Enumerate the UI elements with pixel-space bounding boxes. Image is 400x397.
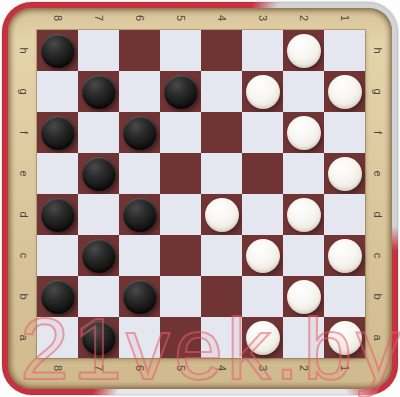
square-c6 [119, 235, 160, 276]
labels-left: hgfedcba [13, 30, 33, 358]
square-h2[interactable] [283, 30, 324, 71]
square-f4[interactable] [201, 112, 242, 153]
white-piece-c1[interactable] [328, 239, 362, 273]
white-piece-d2[interactable] [287, 198, 321, 232]
square-g4 [201, 71, 242, 112]
black-piece-a7[interactable] [82, 321, 116, 355]
square-b5 [160, 276, 201, 317]
square-e6 [119, 153, 160, 194]
square-a4 [201, 317, 242, 358]
square-a7[interactable] [78, 317, 119, 358]
square-c4 [201, 235, 242, 276]
square-a8 [37, 317, 78, 358]
black-piece-f8[interactable] [41, 116, 75, 150]
black-piece-e7[interactable] [82, 157, 116, 191]
black-piece-f6[interactable] [123, 116, 157, 150]
white-piece-e1[interactable] [328, 157, 362, 191]
white-piece-h2[interactable] [287, 34, 321, 68]
square-d7 [78, 194, 119, 235]
square-e4 [201, 153, 242, 194]
square-b8[interactable] [37, 276, 78, 317]
white-piece-g1[interactable] [328, 75, 362, 109]
square-c5[interactable] [160, 235, 201, 276]
square-d1 [324, 194, 365, 235]
square-b4[interactable] [201, 276, 242, 317]
black-piece-c7[interactable] [82, 239, 116, 273]
square-c7[interactable] [78, 235, 119, 276]
black-piece-g5[interactable] [164, 75, 198, 109]
square-h4[interactable] [201, 30, 242, 71]
square-c8 [37, 235, 78, 276]
square-d4[interactable] [201, 194, 242, 235]
square-d2[interactable] [283, 194, 324, 235]
black-piece-b6[interactable] [123, 280, 157, 314]
labels-top: 87654321 [37, 8, 365, 28]
square-h8[interactable] [37, 30, 78, 71]
square-g5[interactable] [160, 71, 201, 112]
square-d5 [160, 194, 201, 235]
white-piece-c3[interactable] [246, 239, 280, 273]
square-h1 [324, 30, 365, 71]
square-f6[interactable] [119, 112, 160, 153]
square-g1[interactable] [324, 71, 365, 112]
square-g2 [283, 71, 324, 112]
square-f5 [160, 112, 201, 153]
white-piece-a3[interactable] [246, 321, 280, 355]
square-c1[interactable] [324, 235, 365, 276]
black-piece-g7[interactable] [82, 75, 116, 109]
square-b7 [78, 276, 119, 317]
black-piece-d6[interactable] [123, 198, 157, 232]
square-f3 [242, 112, 283, 153]
square-e1[interactable] [324, 153, 365, 194]
square-f2[interactable] [283, 112, 324, 153]
square-h3 [242, 30, 283, 71]
square-d6[interactable] [119, 194, 160, 235]
square-h5 [160, 30, 201, 71]
square-h6[interactable] [119, 30, 160, 71]
square-b3 [242, 276, 283, 317]
labels-right: hgfedcba [367, 30, 387, 358]
white-piece-g3[interactable] [246, 75, 280, 109]
white-piece-f2[interactable] [287, 116, 321, 150]
square-g7[interactable] [78, 71, 119, 112]
black-piece-d8[interactable] [41, 198, 75, 232]
square-f1 [324, 112, 365, 153]
square-a2 [283, 317, 324, 358]
square-d8[interactable] [37, 194, 78, 235]
square-g8 [37, 71, 78, 112]
black-piece-b8[interactable] [41, 280, 75, 314]
square-a3[interactable] [242, 317, 283, 358]
black-piece-h8[interactable] [41, 34, 75, 68]
product-photo: 87654321 87654321 hgfedcba hgfedcba 21ve… [0, 0, 400, 397]
square-d3 [242, 194, 283, 235]
square-c3[interactable] [242, 235, 283, 276]
square-a1[interactable] [324, 317, 365, 358]
square-f7 [78, 112, 119, 153]
square-e8 [37, 153, 78, 194]
white-piece-d4[interactable] [205, 198, 239, 232]
square-c2 [283, 235, 324, 276]
white-piece-b2[interactable] [287, 280, 321, 314]
checkers-board [37, 30, 365, 358]
square-g3[interactable] [242, 71, 283, 112]
square-g6 [119, 71, 160, 112]
square-e7[interactable] [78, 153, 119, 194]
square-b6[interactable] [119, 276, 160, 317]
square-f8[interactable] [37, 112, 78, 153]
square-h7 [78, 30, 119, 71]
labels-bottom: 87654321 [37, 358, 365, 378]
white-piece-a1[interactable] [328, 321, 362, 355]
square-e2 [283, 153, 324, 194]
square-b1 [324, 276, 365, 317]
square-e5[interactable] [160, 153, 201, 194]
square-a6 [119, 317, 160, 358]
square-a5[interactable] [160, 317, 201, 358]
square-e3[interactable] [242, 153, 283, 194]
square-b2[interactable] [283, 276, 324, 317]
